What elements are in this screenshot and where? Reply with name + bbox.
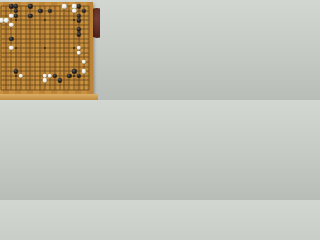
grid-line-v [88, 87, 89, 89]
intersection[interactable] [47, 9, 52, 14]
black-stone [9, 4, 14, 9]
black-stone [81, 9, 86, 14]
grid-line-v [35, 87, 36, 89]
intersection[interactable] [72, 69, 77, 74]
black-stone [38, 9, 43, 14]
grid-line-v [49, 87, 50, 89]
black-stone [14, 69, 19, 74]
intersection[interactable] [57, 78, 62, 83]
white-stone [81, 69, 86, 74]
grid-line-v [69, 87, 70, 89]
white-stone [9, 23, 14, 28]
grid-line-v [11, 87, 12, 89]
grid-line-v [40, 87, 41, 89]
white-stone [81, 60, 86, 65]
intersection[interactable] [52, 73, 57, 78]
black-stone [77, 74, 82, 79]
intersection[interactable] [62, 4, 67, 9]
grid-line-v [15, 87, 16, 89]
black-stone [77, 18, 82, 23]
intersection[interactable] [81, 60, 86, 65]
grid-line-v [64, 87, 65, 89]
white-stone [19, 74, 24, 79]
grid-line-v [74, 87, 75, 89]
intersection[interactable] [14, 13, 19, 18]
white-stone [62, 4, 67, 9]
grid-line-v [30, 87, 31, 89]
black-stone [72, 69, 77, 74]
black-stone [57, 78, 62, 83]
black-stone [77, 4, 82, 9]
intersection[interactable] [9, 36, 14, 41]
white-stone [72, 9, 77, 14]
grid-line-v [20, 87, 21, 89]
intersection[interactable] [28, 4, 33, 9]
intersection[interactable] [4, 18, 9, 23]
grid-line-v [1, 87, 2, 89]
black-stone [52, 74, 57, 79]
white-stone [9, 46, 14, 51]
intersection[interactable] [9, 23, 14, 28]
intersection[interactable] [38, 9, 43, 14]
black-stone [77, 32, 82, 37]
intersection[interactable] [81, 69, 86, 74]
white-stone [9, 13, 14, 18]
intersection[interactable] [76, 50, 81, 55]
grid-line-v [59, 87, 60, 89]
white-stone [48, 74, 53, 79]
black-stone [48, 9, 53, 14]
white-stone [77, 50, 82, 55]
go-board [0, 2, 93, 94]
intersection[interactable] [86, 87, 91, 92]
grid-line-v [78, 87, 79, 89]
grid-line-v [44, 87, 45, 89]
black-stone [28, 4, 33, 9]
intersection[interactable] [28, 13, 33, 18]
intersection[interactable] [76, 32, 81, 37]
intersection[interactable] [67, 73, 72, 78]
intersection[interactable] [18, 73, 23, 78]
grid-line-v [54, 87, 55, 89]
board-side-edge [0, 94, 98, 100]
intersection[interactable] [43, 78, 48, 83]
intersection[interactable] [81, 9, 86, 14]
black-stone [28, 13, 33, 18]
white-stone [43, 78, 48, 83]
grid-line-v [83, 87, 84, 89]
intersection[interactable] [9, 46, 14, 51]
grid-line-v [25, 87, 26, 89]
black-stone [14, 13, 19, 18]
intersection[interactable] [14, 69, 19, 74]
intersection[interactable] [76, 4, 81, 9]
black-stone [9, 36, 14, 41]
black-stone [67, 74, 72, 79]
intersection[interactable] [76, 18, 81, 23]
grid-line-v [6, 87, 7, 89]
intersection[interactable] [72, 9, 77, 14]
board-grid [0, 4, 91, 92]
intersection[interactable] [76, 73, 81, 78]
white-stone [4, 18, 9, 23]
